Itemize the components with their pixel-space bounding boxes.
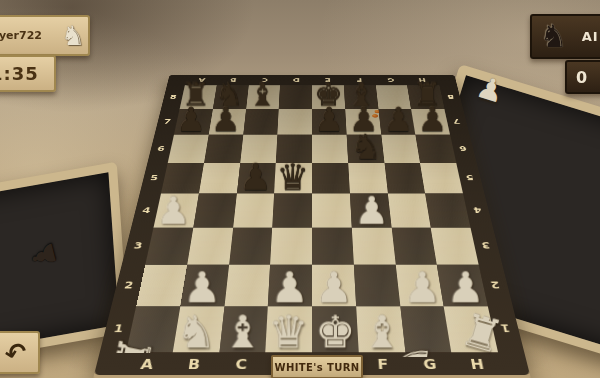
piece-white-king-e1[interactable]: ♚ [312, 309, 359, 354]
square-e3[interactable] [312, 227, 354, 264]
square-g1[interactable]: ♞ [400, 306, 452, 352]
square-h3[interactable] [431, 227, 479, 264]
black-player-clock: 0 [565, 60, 600, 94]
square-d1[interactable]: ♛ [266, 306, 312, 352]
square-a4[interactable]: ♟ [154, 194, 199, 228]
square-c2[interactable] [224, 265, 270, 306]
square-d5[interactable]: ♛ [274, 163, 312, 194]
square-f3[interactable] [352, 227, 396, 264]
square-c3[interactable] [229, 227, 273, 264]
square-h6[interactable] [416, 135, 457, 163]
square-h1[interactable]: ♜ [444, 306, 498, 352]
file-label-top-D: D [280, 75, 312, 84]
piece-black-pawn-c5[interactable]: ♟ [236, 159, 274, 195]
black-player-badge: ♞ AI [530, 14, 600, 59]
piece-white-pawn-b2[interactable]: ♟ [180, 266, 224, 308]
square-b2[interactable]: ♟ [180, 265, 229, 306]
square-e1[interactable]: ♚ [312, 306, 358, 352]
piece-black-pawn-g7[interactable]: ♟ [381, 103, 416, 136]
piece-white-rook-h1[interactable]: ♜ [454, 305, 511, 361]
square-b3[interactable] [187, 227, 233, 264]
square-e4[interactable] [312, 194, 352, 228]
square-c7[interactable] [243, 109, 279, 135]
white-player-badge: Player722 ♞ [0, 15, 90, 56]
piece-black-pawn-h7[interactable]: ♟ [416, 103, 451, 136]
white-player-clock: 1:35 [0, 55, 56, 92]
square-g6[interactable] [381, 135, 420, 163]
square-f6[interactable]: ♞ [347, 135, 385, 163]
white-clock-value: 1:35 [0, 63, 39, 84]
chess-board: ♜♞♝♚♝♜♟♟♟♟♟♟♞♟♛♟♟♟♟♟♟♟♜♞♝♛♚♝♞♜ ABCDEFGH … [94, 75, 530, 375]
square-a6[interactable] [168, 135, 209, 163]
file-label-C: C [217, 354, 266, 375]
turn-banner: WHITE's TURN [271, 355, 363, 378]
undo-button[interactable]: ↶ [0, 331, 40, 374]
square-g3[interactable] [391, 227, 437, 264]
square-a7[interactable]: ♟ [174, 109, 213, 135]
captured-white-pawn: ♟ [473, 72, 508, 109]
square-d8[interactable] [279, 85, 312, 109]
piece-black-pawn-a7[interactable]: ♟ [174, 103, 209, 136]
square-b7[interactable]: ♟ [208, 109, 245, 135]
square-e5[interactable] [312, 163, 350, 194]
square-h4[interactable] [425, 194, 470, 228]
square-h5[interactable] [420, 163, 463, 194]
square-f2[interactable] [354, 265, 400, 306]
square-g5[interactable] [384, 163, 425, 194]
piece-white-knight-b1[interactable]: ♞ [172, 309, 219, 354]
square-c5[interactable]: ♟ [237, 163, 276, 194]
file-label-H: H [452, 354, 503, 375]
square-e6[interactable] [312, 135, 348, 163]
square-c4[interactable] [233, 194, 274, 228]
piece-white-pawn-e2[interactable]: ♟ [312, 266, 356, 308]
game-screen: ♟ ♟ ♜♞♝♚♝♜♟♟♟♟♟♟♞♟♛♟♟♟♟♟♟♟♜♞♝♛♚♝♞♜ ABCDE… [0, 0, 600, 378]
black-knight-icon: ♞ [540, 21, 568, 52]
piece-white-bishop-c1[interactable]: ♝ [219, 309, 266, 354]
piece-white-pawn-g2[interactable]: ♟ [400, 266, 444, 308]
file-label-G: G [405, 354, 455, 375]
square-d4[interactable] [272, 194, 312, 228]
piece-white-queen-d1[interactable]: ♛ [265, 309, 312, 354]
file-label-B: B [169, 354, 219, 375]
undo-icon: ↶ [3, 338, 30, 368]
square-d3[interactable] [270, 227, 312, 264]
square-a3[interactable] [145, 227, 193, 264]
piece-white-pawn-d2[interactable]: ♟ [268, 266, 312, 308]
file-label-top-G: G [374, 75, 407, 84]
piece-black-pawn-b7[interactable]: ♟ [208, 103, 243, 136]
black-player-name: AI [582, 29, 599, 44]
square-e7[interactable]: ♟ [312, 109, 347, 135]
piece-white-knight-g1[interactable]: ♞ [386, 337, 435, 378]
square-b4[interactable] [193, 194, 236, 228]
square-g2[interactable]: ♟ [395, 265, 444, 306]
piece-black-bishop-c8[interactable]: ♝ [246, 78, 279, 110]
file-label-F: F [359, 354, 408, 375]
square-g4[interactable] [387, 194, 430, 228]
piece-black-knight-f6[interactable]: ♞ [348, 130, 384, 165]
square-c8[interactable]: ♝ [246, 85, 280, 109]
square-b1[interactable]: ♞ [173, 306, 225, 352]
black-clock-value: 0 [576, 68, 587, 87]
square-e2[interactable]: ♟ [312, 265, 356, 306]
white-knight-icon: ♞ [61, 22, 85, 49]
turn-banner-text: WHITE's TURN [274, 362, 359, 373]
captured-black-pawn: ♟ [26, 238, 61, 274]
board-frame: ♜♞♝♚♝♜♟♟♟♟♟♟♞♟♛♟♟♟♟♟♟♟♜♞♝♛♚♝♞♜ ABCDEFGH … [94, 75, 530, 375]
square-d7[interactable] [277, 109, 312, 135]
piece-white-pawn-a4[interactable]: ♟ [154, 191, 194, 229]
piece-white-pawn-f4[interactable]: ♟ [352, 191, 392, 229]
square-d2[interactable]: ♟ [268, 265, 312, 306]
square-c1[interactable]: ♝ [219, 306, 268, 352]
piece-white-pawn-h2[interactable]: ♟ [444, 266, 488, 308]
square-h2[interactable]: ♟ [437, 265, 488, 306]
file-label-A: A [121, 354, 172, 375]
square-b5[interactable] [199, 163, 240, 194]
square-f4[interactable]: ♟ [350, 194, 391, 228]
piece-black-pawn-e7[interactable]: ♟ [312, 103, 347, 136]
piece-black-queen-d5[interactable]: ♛ [274, 159, 312, 195]
board-grid: ♜♞♝♚♝♜♟♟♟♟♟♟♞♟♛♟♟♟♟♟♟♟♜♞♝♛♚♝♞♜ [126, 85, 498, 352]
white-player-name: Player722 [0, 29, 61, 42]
square-h7[interactable]: ♟ [411, 109, 450, 135]
